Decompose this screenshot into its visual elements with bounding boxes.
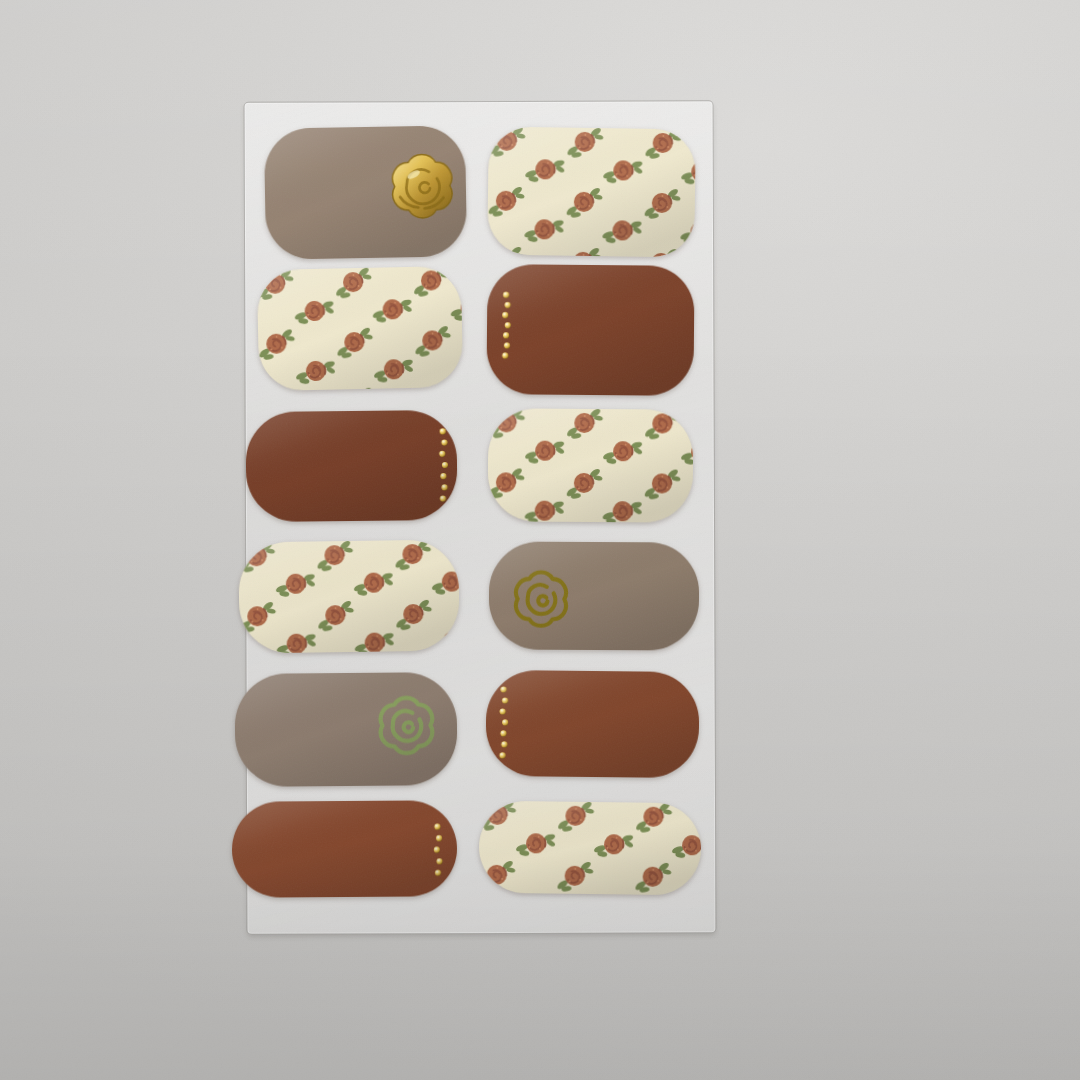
nail-sticker-r2c1 bbox=[256, 265, 465, 392]
nail-shading bbox=[478, 801, 701, 896]
nail-sticker-r5c2 bbox=[484, 669, 700, 779]
nail-shading bbox=[487, 127, 696, 258]
nail-shading bbox=[235, 672, 458, 787]
nail-sticker-r3c1 bbox=[244, 409, 458, 523]
nail-sticker-r1c2 bbox=[486, 126, 697, 259]
nail-shading bbox=[485, 670, 699, 778]
nail-shading bbox=[238, 539, 460, 653]
nail-shading bbox=[488, 408, 694, 522]
nail-shading bbox=[264, 125, 467, 259]
nail-sticker-r3c2 bbox=[487, 407, 695, 523]
nail-sticker-r6c2 bbox=[477, 800, 702, 897]
nail-sticker-r6c1 bbox=[231, 799, 459, 899]
nail-sticker-r5c1 bbox=[234, 671, 459, 788]
nail-sticker-r4c1 bbox=[237, 538, 461, 654]
nail-shading bbox=[486, 264, 694, 396]
nail-sticker-r4c2 bbox=[488, 540, 701, 651]
nail-shading bbox=[489, 541, 700, 650]
nail-stickers-group bbox=[0, 0, 1080, 1080]
nail-shading bbox=[257, 266, 463, 391]
nail-shading bbox=[245, 410, 457, 522]
nail-sticker-r1c1 bbox=[263, 124, 468, 261]
photo-background bbox=[0, 0, 1080, 1080]
nail-shading bbox=[232, 800, 458, 898]
nail-sticker-r2c2 bbox=[485, 263, 695, 397]
